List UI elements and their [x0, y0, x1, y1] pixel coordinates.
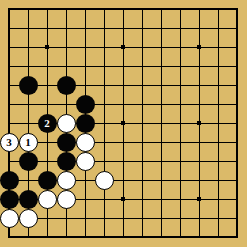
stone-white[interactable]: [57, 190, 76, 209]
stone-black[interactable]: [57, 76, 76, 95]
stone-black[interactable]: [38, 171, 57, 190]
star-point: [197, 197, 201, 201]
grid-line-vertical: [180, 8, 181, 238]
stone-black[interactable]: 2: [38, 114, 57, 133]
stone-white[interactable]: [19, 209, 38, 228]
grid-line-vertical: [218, 8, 219, 238]
stone-white[interactable]: [57, 114, 76, 133]
stone-white[interactable]: [76, 133, 95, 152]
stone-move-number: 3: [6, 137, 12, 148]
stone-black[interactable]: [57, 133, 76, 152]
star-point: [121, 121, 125, 125]
grid-line-horizontal: [8, 161, 238, 162]
star-point: [45, 45, 49, 49]
stone-black[interactable]: [57, 152, 76, 171]
stone-white[interactable]: [76, 152, 95, 171]
stone-white[interactable]: 3: [0, 133, 19, 152]
stone-black[interactable]: [0, 190, 19, 209]
go-diagram: 231: [0, 0, 247, 247]
stone-black[interactable]: [19, 76, 38, 95]
star-point: [121, 197, 125, 201]
grid-line-horizontal: [8, 142, 238, 143]
star-point: [197, 121, 201, 125]
stone-white[interactable]: [95, 171, 114, 190]
stone-move-number: 2: [44, 118, 50, 129]
board-border-line: [236, 8, 238, 238]
board-border-line: [8, 236, 238, 238]
stone-white[interactable]: [38, 190, 57, 209]
stone-white[interactable]: [57, 171, 76, 190]
go-board[interactable]: 231: [0, 0, 247, 247]
grid-line-horizontal: [8, 218, 238, 219]
star-point: [121, 45, 125, 49]
grid-line-vertical: [142, 8, 143, 238]
stone-white[interactable]: [0, 209, 19, 228]
stone-black[interactable]: [19, 190, 38, 209]
stone-black[interactable]: [0, 171, 19, 190]
stone-white[interactable]: 1: [19, 133, 38, 152]
stone-move-number: 1: [25, 137, 31, 148]
stone-black[interactable]: [76, 114, 95, 133]
stone-black[interactable]: [19, 152, 38, 171]
stone-black[interactable]: [76, 95, 95, 114]
grid-line-vertical: [161, 8, 162, 238]
star-point: [197, 45, 201, 49]
